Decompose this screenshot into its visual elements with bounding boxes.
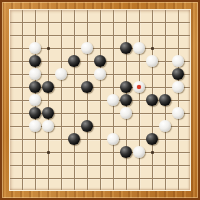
black-stone — [29, 107, 41, 119]
white-stone — [146, 55, 158, 67]
white-stone — [29, 68, 41, 80]
black-stone — [42, 81, 54, 93]
white-stone — [159, 120, 171, 132]
white-stone — [29, 94, 41, 106]
white-stone — [172, 55, 184, 67]
white-stone — [133, 42, 145, 54]
black-stone — [29, 55, 41, 67]
white-stone — [29, 42, 41, 54]
black-stone — [81, 81, 93, 93]
white-stone — [81, 42, 93, 54]
black-stone — [146, 94, 158, 106]
black-stone — [81, 120, 93, 132]
black-stone — [120, 42, 132, 54]
white-stone — [172, 81, 184, 93]
white-stone — [107, 94, 119, 106]
black-stone — [68, 55, 80, 67]
white-stone — [55, 68, 67, 80]
star-point — [47, 47, 50, 50]
black-stone — [42, 107, 54, 119]
star-point — [151, 151, 154, 154]
black-stone — [120, 94, 132, 106]
star-point — [47, 151, 50, 154]
star-point — [151, 47, 154, 50]
go-board[interactable] — [10, 10, 190, 190]
white-stone — [29, 120, 41, 132]
white-stone — [172, 107, 184, 119]
black-stone — [29, 81, 41, 93]
black-stone — [120, 81, 132, 93]
black-stone — [68, 133, 80, 145]
last-move-marker — [137, 85, 141, 89]
black-stone — [94, 55, 106, 67]
white-stone — [133, 146, 145, 158]
black-stone — [159, 94, 171, 106]
white-stone — [94, 68, 106, 80]
black-stone — [172, 68, 184, 80]
black-stone — [120, 146, 132, 158]
white-stone — [120, 107, 132, 119]
white-stone — [107, 133, 119, 145]
go-app-window — [0, 0, 200, 200]
white-stone — [42, 120, 54, 132]
black-stone — [146, 133, 158, 145]
